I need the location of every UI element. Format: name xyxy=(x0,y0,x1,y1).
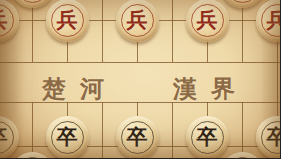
river-char-he: 河 xyxy=(80,73,104,105)
file-line-lower xyxy=(242,102,243,158)
river-label-han-jie: 漢 界 xyxy=(173,75,235,103)
piece-ring xyxy=(261,121,281,154)
river-label-chu-he: 楚 河 xyxy=(42,75,104,103)
rank-line xyxy=(0,62,280,63)
piece-ring xyxy=(261,4,281,37)
file-line-upper xyxy=(32,0,33,62)
piece-black-soldier[interactable]: 卒 xyxy=(186,116,229,159)
piece-black-soldier[interactable]: 卒 xyxy=(46,116,89,159)
river-char-han: 漢 xyxy=(173,73,197,105)
piece-red-soldier[interactable]: 兵 xyxy=(46,0,89,42)
piece-ring xyxy=(51,4,84,37)
piece-ring xyxy=(226,0,259,3)
piece-ring xyxy=(121,121,154,154)
file-line-lower xyxy=(102,102,103,158)
piece-ring xyxy=(51,121,84,154)
piece-ring xyxy=(226,157,259,159)
piece-red-soldier[interactable]: 兵 xyxy=(116,0,159,42)
piece-ring xyxy=(191,4,224,37)
piece-black-soldier[interactable]: 卒 xyxy=(116,116,159,159)
file-line-lower xyxy=(32,102,33,158)
piece-ring xyxy=(0,121,14,154)
piece-ring xyxy=(121,4,154,37)
piece-ring xyxy=(0,4,14,37)
piece-ring xyxy=(16,157,49,159)
file-line-lower xyxy=(172,102,173,158)
file-line-upper xyxy=(102,0,103,62)
river-char-chu: 楚 xyxy=(42,73,66,105)
piece-red-soldier[interactable]: 兵 xyxy=(186,0,229,42)
file-line-upper xyxy=(242,0,243,62)
file-line-upper xyxy=(172,0,173,62)
river-char-jie: 界 xyxy=(211,73,235,105)
piece-ring xyxy=(16,0,49,3)
piece-ring xyxy=(191,121,224,154)
xiangqi-board: 楚 河 漢 界 炮炮兵兵兵兵兵卒卒卒卒卒炮炮 xyxy=(0,0,280,158)
